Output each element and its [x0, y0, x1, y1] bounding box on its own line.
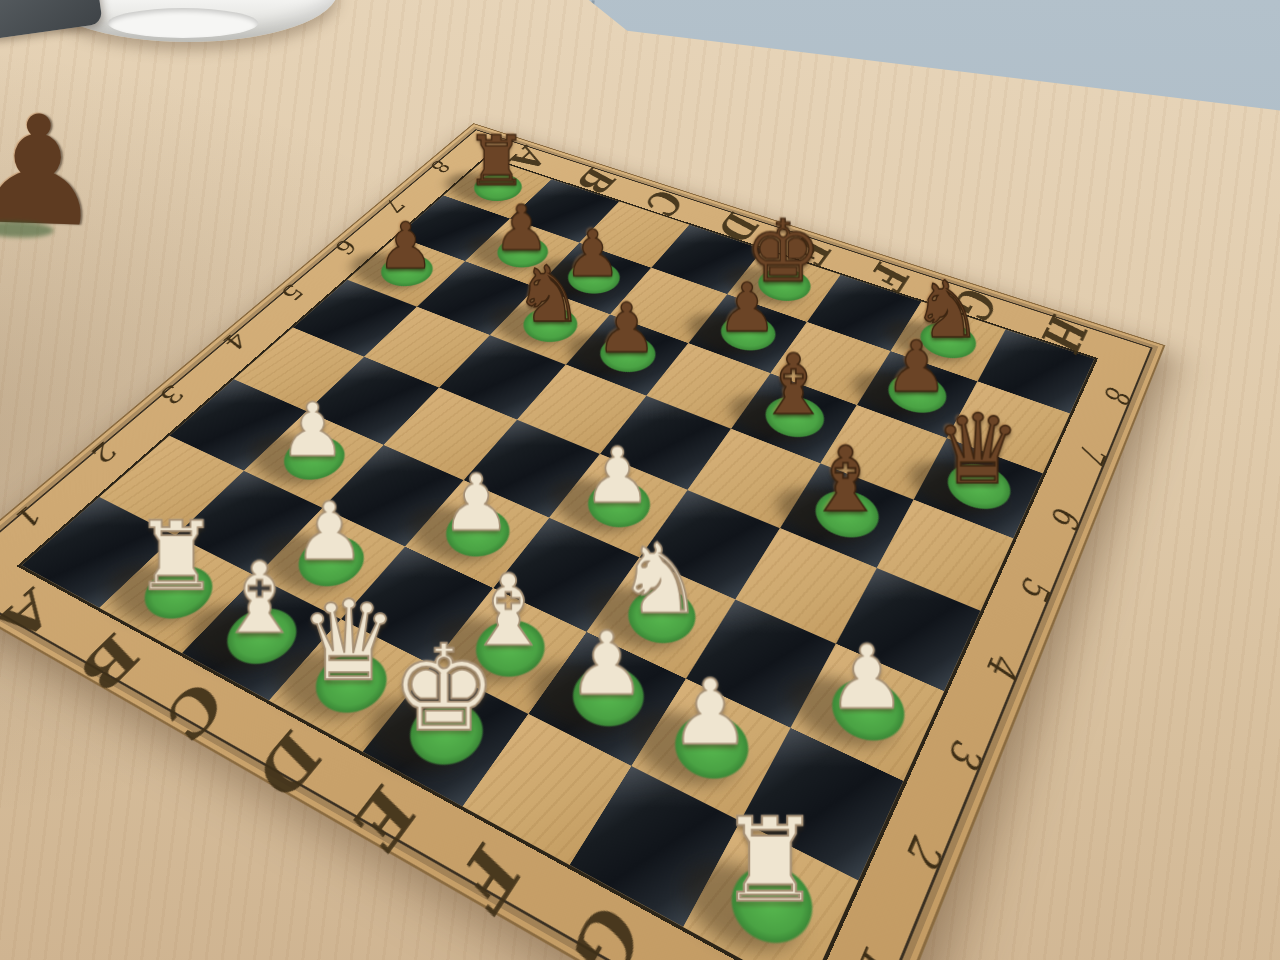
rank-label-right-5: 5: [1011, 571, 1061, 605]
rank-label-right-4: 4: [977, 647, 1030, 684]
piece-white-pawn-c2[interactable]: ♟: [294, 493, 366, 569]
piece-white-pawn-d3[interactable]: ♟: [441, 465, 511, 540]
rank-label-left-4: 4: [216, 328, 257, 351]
piece-black-pawn-g7[interactable]: ♟: [885, 333, 948, 400]
piece-white-pawn-f2[interactable]: ♟: [567, 622, 646, 705]
rank-label-right-3: 3: [939, 732, 995, 774]
rank-label-right-7: 7: [1070, 439, 1116, 467]
piece-white-pawn-h3[interactable]: ♟: [828, 634, 907, 718]
piece-black-bishop-f6[interactable]: ♝: [755, 345, 830, 424]
piece-white-bishop-c1[interactable]: ♝: [216, 553, 304, 646]
piece-white-pawn-b3[interactable]: ♟: [279, 394, 346, 465]
piece-black-pawn-d6[interactable]: ♟: [596, 295, 657, 360]
board-grid: ♜♚♞♟♟♟♟♟♞♟♝♛♝♟♟♟♞♟♟♝♟♟♜♝♛♚♜: [17, 156, 1098, 960]
photo-scene: ♟ ♜♚♞♟♟♟♟♟♞♟♝♛♝♟♟♟♞♟♟♝♟♟♜♝♛♚♜ ABCDEFGHAB…: [0, 0, 1280, 960]
piece-black-pawn-a6[interactable]: ♟: [377, 216, 434, 277]
rank-label-left-6: 6: [328, 236, 366, 256]
rank-label-left-3: 3: [152, 380, 195, 405]
square-f2[interactable]: ♟: [528, 632, 686, 766]
piece-white-queen-d1[interactable]: ♛: [299, 589, 398, 694]
piece-black-pawn-e7[interactable]: ♟: [717, 275, 777, 339]
rank-label-right-6: 6: [1042, 502, 1090, 532]
piece-white-rook-h1[interactable]: ♜: [718, 806, 822, 916]
chess-board: ♜♚♞♟♟♟♟♟♞♟♝♛♝♟♟♟♞♟♟♝♟♟♜♝♛♚♜ ABCDEFGHABCD…: [0, 124, 1163, 960]
piece-white-pawn-g2[interactable]: ♟: [670, 670, 751, 756]
piece-black-knight-c6[interactable]: ♞: [514, 258, 584, 332]
rank-label-right-1: 1: [848, 935, 911, 960]
piece-white-king-e1[interactable]: ♚: [390, 632, 497, 745]
rank-label-left-5: 5: [274, 280, 314, 301]
piece-black-bishop-g5[interactable]: ♝: [806, 437, 887, 523]
piece-black-rook-a8[interactable]: ♜: [466, 129, 528, 194]
piece-black-queen-h6[interactable]: ♛: [935, 404, 1022, 496]
rank-label-right-8: 8: [1096, 382, 1140, 407]
rank-label-left-2: 2: [83, 437, 128, 465]
piece-white-rook-b1[interactable]: ♜: [133, 511, 218, 601]
rank-label-left-1: 1: [7, 500, 54, 530]
rank-label-right-2: 2: [896, 827, 956, 874]
rank-label-left-8: 8: [424, 157, 459, 174]
board-perspective-wrap: ♜♚♞♟♟♟♟♟♞♟♝♛♝♟♟♟♞♟♟♝♟♟♜♝♛♚♜ ABCDEFGHABCD…: [0, 0, 1280, 960]
piece-white-pawn-e4[interactable]: ♟: [583, 438, 652, 511]
